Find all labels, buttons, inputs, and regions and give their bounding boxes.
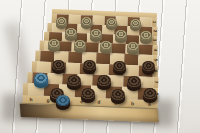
piece-top [111,89,125,100]
board-frame-right: 3 [152,35,157,45]
rank-label-2: 2 [152,30,156,33]
square-f5[interactable] [68,52,82,63]
checkers-board: 12345678 hgfedcba [20,8,184,123]
board-frame-right: 4 [152,45,157,55]
piece-light-f3[interactable] [74,40,86,53]
piece-light-g2[interactable] [65,28,77,41]
file-label-b: b [124,100,141,106]
piece-dark-c6[interactable] [113,61,126,75]
square-e4[interactable] [85,42,99,53]
piece-dark-a8[interactable] [143,88,157,103]
piece-top [65,28,77,37]
piece-top [34,73,48,84]
piece-top [81,17,92,26]
checkers-board-photo: 12345678 hgfedcba [0,0,200,133]
piece-light-b3[interactable] [127,42,139,55]
piece-top [113,61,126,71]
piece-light-d3[interactable] [100,41,112,54]
piece-top [106,18,117,27]
piece-dark-a6[interactable] [142,61,155,75]
piece-dark-d7[interactable] [97,75,111,90]
rank-label-7: 7 [154,81,158,84]
square-a4[interactable] [139,44,153,55]
piece-light-d1[interactable] [106,18,117,30]
piece-top [81,88,95,99]
piece-dark-bluetop-off-board-frame[interactable] [56,95,70,110]
piece-top [90,29,102,38]
piece-top [130,19,141,28]
square-d5[interactable] [96,53,110,64]
board-frame-right: 7 [153,76,158,88]
rank-label-4: 4 [153,49,157,52]
rank-label-3: 3 [153,39,157,42]
file-label-h: h [23,96,40,102]
piece-light-c2[interactable] [115,30,127,43]
piece-light-e2[interactable] [90,29,102,42]
piece-top [140,31,152,40]
piece-top [67,75,81,86]
square-c4[interactable] [112,43,126,54]
piece-light-a2[interactable] [140,31,152,44]
piece-top [52,60,65,70]
piece-top [83,60,96,70]
piece-top [56,17,67,26]
board-frame-right: 2 [152,26,157,35]
piece-blue-h7[interactable] [34,73,48,88]
piece-dark-c8[interactable] [111,89,125,104]
piece-light-f1[interactable] [81,17,92,29]
piece-light-h3[interactable] [48,39,60,52]
piece-dark-b7[interactable] [127,76,141,91]
board-frame-right: 1 [152,18,157,27]
piece-dark-e8[interactable] [81,88,95,103]
square-b6[interactable] [124,64,139,76]
piece-light-b1[interactable] [130,19,141,31]
piece-dark-g6[interactable] [52,60,65,74]
square-h6[interactable] [36,61,51,73]
piece-top [143,88,157,99]
square-d6[interactable] [94,63,109,75]
piece-dark-f7[interactable] [67,75,81,90]
piece-top [97,75,111,86]
square-f6[interactable] [65,62,80,74]
piece-dark-e6[interactable] [83,60,96,74]
square-b5[interactable] [124,54,138,65]
piece-top [56,95,70,106]
piece-top [115,30,127,39]
rank-label-1: 1 [152,21,156,24]
piece-top [127,76,141,87]
piece-top [142,61,155,71]
